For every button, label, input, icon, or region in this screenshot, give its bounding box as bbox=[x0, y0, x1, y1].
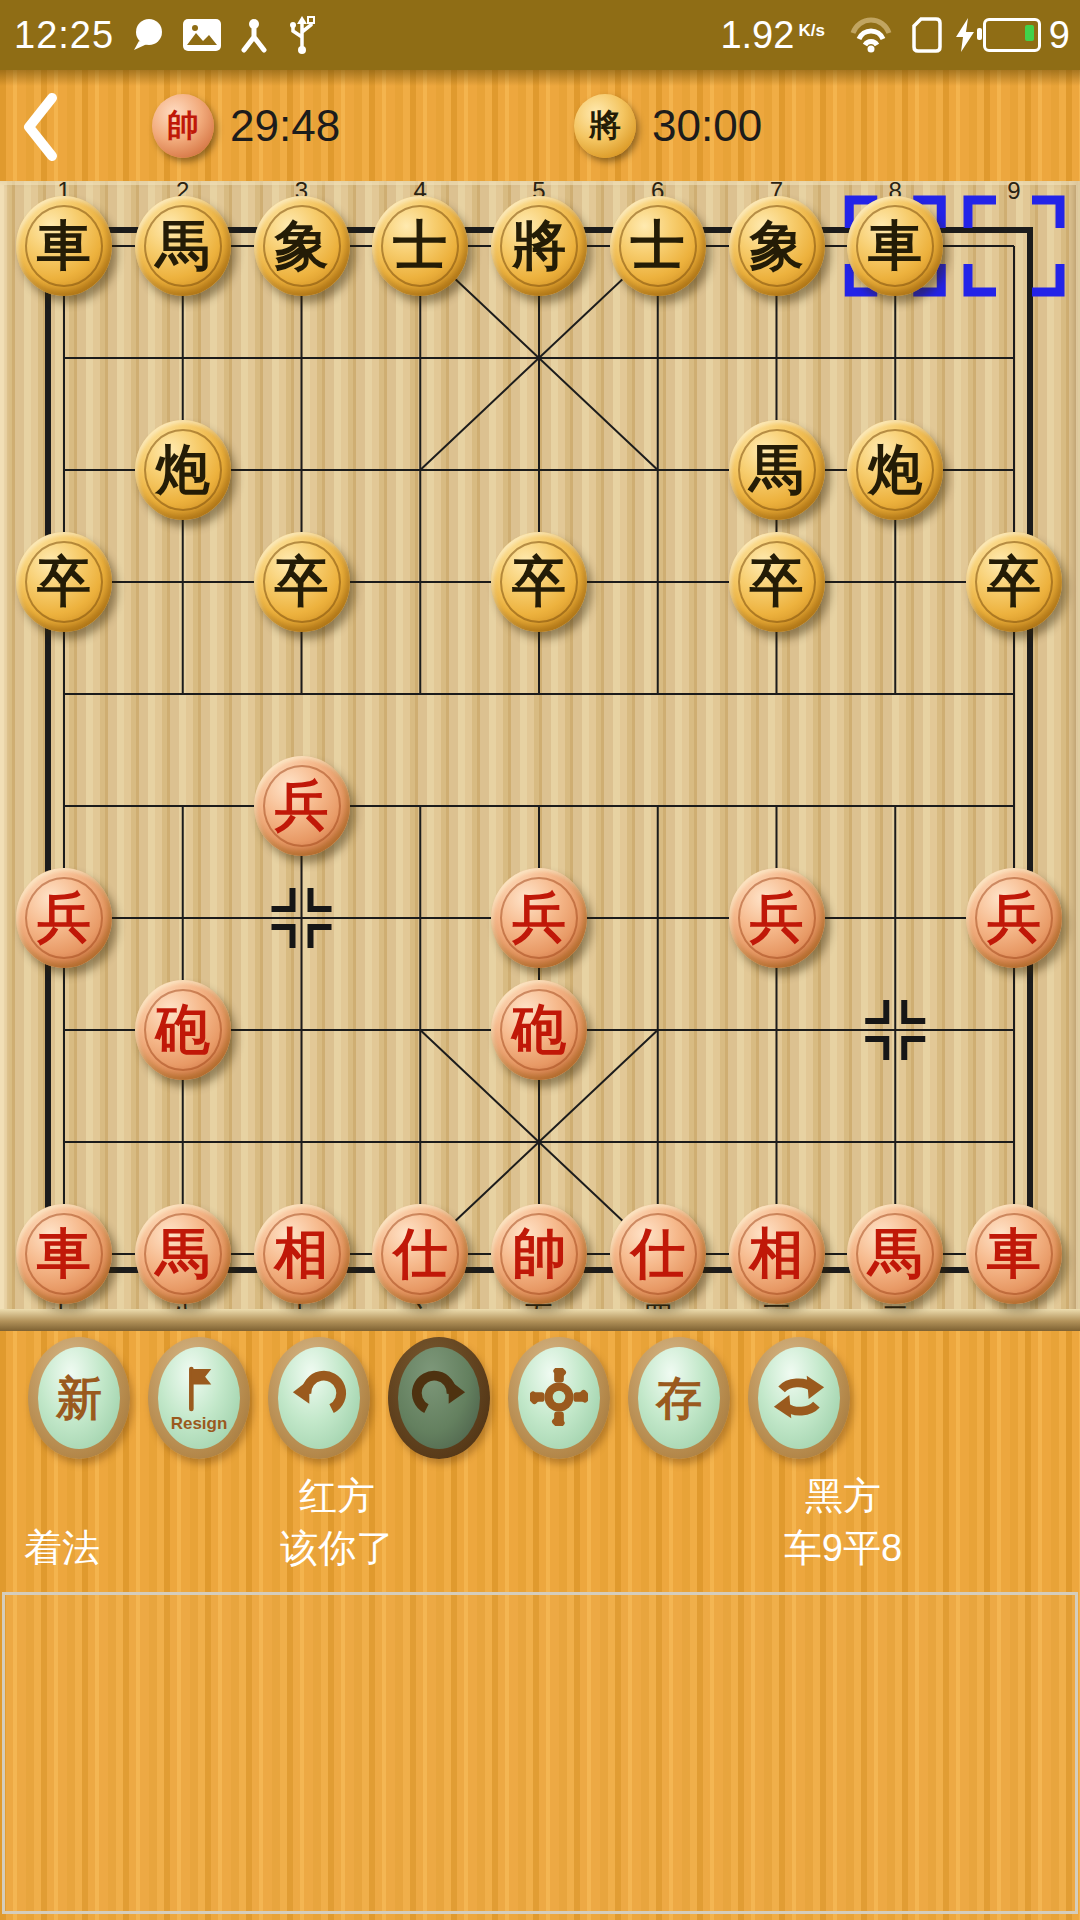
piece-black-elephant[interactable]: 象 bbox=[254, 196, 350, 296]
piece-red-soldier[interactable]: 兵 bbox=[491, 868, 587, 968]
piece-red-cannon[interactable]: 砲 bbox=[491, 980, 587, 1080]
flip-board-button[interactable] bbox=[748, 1337, 850, 1459]
battery-icon bbox=[983, 18, 1041, 52]
black-title: 黑方 bbox=[784, 1470, 902, 1522]
piece-black-soldier[interactable]: 卒 bbox=[729, 532, 825, 632]
undo-arrow-icon bbox=[290, 1368, 348, 1429]
gear-icon bbox=[530, 1368, 588, 1429]
back-button[interactable] bbox=[18, 92, 62, 162]
piece-red-cannon[interactable]: 砲 bbox=[135, 980, 231, 1080]
usb-icon bbox=[286, 15, 318, 55]
new-game-button[interactable]: 新 bbox=[28, 1337, 130, 1459]
piece-black-soldier[interactable]: 卒 bbox=[254, 532, 350, 632]
redo-button[interactable] bbox=[388, 1337, 490, 1459]
undo-button[interactable] bbox=[268, 1337, 370, 1459]
black-clock: 將 30:00 bbox=[574, 70, 762, 181]
redo-arrow-icon bbox=[410, 1368, 468, 1429]
toolbar: 新 Resign bbox=[0, 1337, 1080, 1461]
piece-red-advisor[interactable]: 仕 bbox=[610, 1204, 706, 1304]
red-clock: 帥 29:48 bbox=[152, 70, 340, 181]
black-turn-status: 黑方 车9平8 bbox=[784, 1470, 902, 1574]
black-clock-time: 30:00 bbox=[652, 101, 762, 151]
piece-red-soldier[interactable]: 兵 bbox=[729, 868, 825, 968]
piece-red-chariot[interactable]: 車 bbox=[966, 1204, 1062, 1304]
network-rate: 1.92 bbox=[720, 14, 794, 57]
resign-button[interactable]: Resign bbox=[148, 1337, 250, 1459]
red-status: 该你了 bbox=[280, 1522, 394, 1574]
piece-black-horse[interactable]: 馬 bbox=[135, 196, 231, 296]
piece-black-chariot[interactable]: 車 bbox=[847, 196, 943, 296]
status-bar: 12:25 1.92 K/s bbox=[0, 0, 1080, 70]
piece-black-elephant[interactable]: 象 bbox=[729, 196, 825, 296]
piece-red-elephant[interactable]: 相 bbox=[254, 1204, 350, 1304]
black-general-icon: 將 bbox=[574, 94, 636, 158]
piece-black-soldier[interactable]: 卒 bbox=[491, 532, 587, 632]
piece-red-soldier[interactable]: 兵 bbox=[966, 868, 1062, 968]
game-header: 帥 29:48 將 30:00 bbox=[0, 70, 1080, 181]
gallery-icon bbox=[182, 18, 222, 52]
red-clock-time: 29:48 bbox=[230, 101, 340, 151]
piece-black-advisor[interactable]: 士 bbox=[372, 196, 468, 296]
move-list-panel[interactable] bbox=[2, 1592, 1078, 1914]
piece-red-soldier[interactable]: 兵 bbox=[254, 756, 350, 856]
piece-black-soldier[interactable]: 卒 bbox=[16, 532, 112, 632]
piece-red-horse[interactable]: 馬 bbox=[847, 1204, 943, 1304]
charging-bolt-icon bbox=[953, 16, 977, 54]
piece-black-chariot[interactable]: 車 bbox=[16, 196, 112, 296]
board-grid: 123456789九八七六五四三二一 bbox=[0, 181, 1080, 1331]
black-last-move: 车9平8 bbox=[784, 1522, 902, 1574]
save-button[interactable]: 存 bbox=[628, 1337, 730, 1459]
battery-percent: 9 bbox=[1049, 14, 1070, 57]
moves-label: 着法 bbox=[24, 1522, 100, 1574]
piece-black-horse[interactable]: 馬 bbox=[729, 420, 825, 520]
red-title: 红方 bbox=[280, 1470, 394, 1522]
message-icon bbox=[130, 17, 166, 53]
cycle-arrows-icon bbox=[770, 1368, 828, 1429]
network-rate-unit: K/s bbox=[798, 23, 824, 38]
piece-black-cannon[interactable]: 炮 bbox=[847, 420, 943, 520]
red-general-icon: 帥 bbox=[152, 94, 214, 158]
piece-red-chariot[interactable]: 車 bbox=[16, 1204, 112, 1304]
board-bottom-bevel bbox=[0, 1309, 1080, 1331]
piece-red-general[interactable]: 帥 bbox=[491, 1204, 587, 1304]
sim-icon bbox=[911, 16, 943, 54]
red-turn-status: 红方 该你了 bbox=[280, 1470, 394, 1574]
xiangqi-board[interactable]: 123456789九八七六五四三二一 車馬象士將士象車炮馬炮卒卒卒卒卒兵兵兵兵兵… bbox=[0, 181, 1080, 1331]
piece-black-cannon[interactable]: 炮 bbox=[135, 420, 231, 520]
piece-red-elephant[interactable]: 相 bbox=[729, 1204, 825, 1304]
piece-red-advisor[interactable]: 仕 bbox=[372, 1204, 468, 1304]
piece-black-general[interactable]: 將 bbox=[491, 196, 587, 296]
app-screen: 12:25 1.92 K/s bbox=[0, 0, 1080, 1920]
piece-red-horse[interactable]: 馬 bbox=[135, 1204, 231, 1304]
share-person-icon bbox=[238, 17, 270, 53]
settings-button[interactable] bbox=[508, 1337, 610, 1459]
flag-icon bbox=[176, 1363, 222, 1418]
piece-black-advisor[interactable]: 士 bbox=[610, 196, 706, 296]
status-time: 12:25 bbox=[14, 14, 114, 57]
piece-red-soldier[interactable]: 兵 bbox=[16, 868, 112, 968]
piece-black-soldier[interactable]: 卒 bbox=[966, 532, 1062, 632]
svg-text:9: 9 bbox=[1007, 181, 1020, 204]
wifi-icon bbox=[847, 16, 895, 54]
